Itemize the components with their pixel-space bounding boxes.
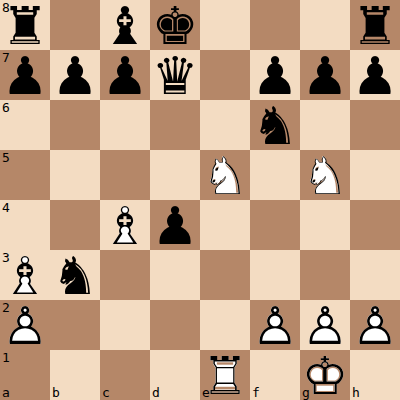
white-king-outline-glyph: ♔ xyxy=(300,351,350,400)
white-king-glyph: ♚ xyxy=(300,351,350,400)
chess-board: 8♜♝♚♜7♟♟♟♛♟♟♟6♞5♞♘♞♘4♝♗♟3♝♗♞2♟♙♟♙♟♙♟♙1ab… xyxy=(0,0,400,400)
white-knight-outline-glyph: ♘ xyxy=(200,151,250,201)
square-e2[interactable] xyxy=(200,300,250,350)
white-rook-outline-glyph: ♖ xyxy=(200,351,250,400)
white-bishop-glyph: ♝ xyxy=(0,251,50,301)
square-f3[interactable] xyxy=(250,250,300,300)
square-a5[interactable]: 5 xyxy=(0,150,50,200)
square-f8[interactable] xyxy=(250,0,300,50)
square-a4[interactable]: 4 xyxy=(0,200,50,250)
square-b4[interactable] xyxy=(50,200,100,250)
square-h5[interactable] xyxy=(350,150,400,200)
piece-black-pawn[interactable]: ♟ xyxy=(50,50,100,100)
white-pawn-glyph: ♟ xyxy=(300,301,350,351)
white-pawn-outline-glyph: ♙ xyxy=(300,301,350,351)
square-e8[interactable] xyxy=(200,0,250,50)
square-g3[interactable] xyxy=(300,250,350,300)
white-bishop-glyph: ♝ xyxy=(100,201,150,251)
square-a7[interactable]: 7♟ xyxy=(0,50,50,100)
piece-black-pawn[interactable]: ♟ xyxy=(300,50,350,100)
square-g1[interactable]: g♚♔ xyxy=(300,350,350,400)
black-rook-glyph: ♜ xyxy=(0,1,50,51)
square-b8[interactable] xyxy=(50,0,100,50)
square-d5[interactable] xyxy=(150,150,200,200)
piece-black-pawn[interactable]: ♟ xyxy=(350,50,400,100)
black-pawn-glyph: ♟ xyxy=(150,201,200,251)
piece-white-king[interactable]: ♚♔ xyxy=(300,350,350,400)
square-h8[interactable]: ♜ xyxy=(350,0,400,50)
piece-white-rook[interactable]: ♜♖ xyxy=(200,350,250,400)
square-d6[interactable] xyxy=(150,100,200,150)
piece-black-rook[interactable]: ♜ xyxy=(0,0,50,50)
square-a6[interactable]: 6 xyxy=(0,100,50,150)
black-pawn-glyph: ♟ xyxy=(300,51,350,101)
square-e6[interactable] xyxy=(200,100,250,150)
black-pawn-glyph: ♟ xyxy=(250,51,300,101)
square-f5[interactable] xyxy=(250,150,300,200)
square-h4[interactable] xyxy=(350,200,400,250)
square-f2[interactable]: ♟♙ xyxy=(250,300,300,350)
white-bishop-outline-glyph: ♗ xyxy=(0,251,50,301)
square-f1[interactable]: f xyxy=(250,350,300,400)
file-label: h xyxy=(352,386,360,399)
rank-label: 1 xyxy=(2,351,10,364)
piece-black-rook[interactable]: ♜ xyxy=(350,0,400,50)
piece-black-pawn[interactable]: ♟ xyxy=(250,50,300,100)
black-pawn-glyph: ♟ xyxy=(100,51,150,101)
white-bishop-outline-glyph: ♗ xyxy=(100,201,150,251)
square-g2[interactable]: ♟♙ xyxy=(300,300,350,350)
black-bishop-glyph: ♝ xyxy=(100,1,150,51)
square-g8[interactable] xyxy=(300,0,350,50)
piece-black-queen[interactable]: ♛ xyxy=(150,50,200,100)
piece-black-pawn[interactable]: ♟ xyxy=(100,50,150,100)
white-pawn-glyph: ♟ xyxy=(350,301,400,351)
square-h6[interactable] xyxy=(350,100,400,150)
square-c8[interactable]: ♝ xyxy=(100,0,150,50)
square-d7[interactable]: ♛ xyxy=(150,50,200,100)
white-knight-glyph: ♞ xyxy=(200,151,250,201)
piece-white-pawn[interactable]: ♟♙ xyxy=(250,300,300,350)
black-pawn-glyph: ♟ xyxy=(50,51,100,101)
black-pawn-glyph: ♟ xyxy=(350,51,400,101)
piece-white-pawn[interactable]: ♟♙ xyxy=(350,300,400,350)
rank-label: 5 xyxy=(2,151,10,164)
white-pawn-outline-glyph: ♙ xyxy=(0,301,50,351)
piece-black-pawn[interactable]: ♟ xyxy=(150,200,200,250)
square-b3[interactable]: ♞ xyxy=(50,250,100,300)
file-label: a xyxy=(2,386,10,399)
file-label: f xyxy=(252,386,260,399)
square-g5[interactable]: ♞♘ xyxy=(300,150,350,200)
square-h2[interactable]: ♟♙ xyxy=(350,300,400,350)
piece-black-bishop[interactable]: ♝ xyxy=(100,0,150,50)
square-b2[interactable] xyxy=(50,300,100,350)
square-g7[interactable]: ♟ xyxy=(300,50,350,100)
file-label: b xyxy=(52,386,60,399)
white-pawn-outline-glyph: ♙ xyxy=(350,301,400,351)
square-f4[interactable] xyxy=(250,200,300,250)
square-c3[interactable] xyxy=(100,250,150,300)
piece-white-knight[interactable]: ♞♘ xyxy=(300,150,350,200)
square-b7[interactable]: ♟ xyxy=(50,50,100,100)
square-c2[interactable] xyxy=(100,300,150,350)
square-d8[interactable]: ♚ xyxy=(150,0,200,50)
square-b6[interactable] xyxy=(50,100,100,150)
square-h3[interactable] xyxy=(350,250,400,300)
white-pawn-glyph: ♟ xyxy=(0,301,50,351)
square-g6[interactable] xyxy=(300,100,350,150)
square-d1[interactable]: d xyxy=(150,350,200,400)
white-knight-outline-glyph: ♘ xyxy=(300,151,350,201)
black-king-glyph: ♚ xyxy=(150,1,200,51)
square-e3[interactable] xyxy=(200,250,250,300)
black-pawn-glyph: ♟ xyxy=(0,51,50,101)
black-knight-glyph: ♞ xyxy=(50,251,100,301)
square-a8[interactable]: 8♜ xyxy=(0,0,50,50)
square-a2[interactable]: 2♟♙ xyxy=(0,300,50,350)
white-pawn-outline-glyph: ♙ xyxy=(250,301,300,351)
piece-white-pawn[interactable]: ♟♙ xyxy=(0,300,50,350)
piece-white-bishop[interactable]: ♝♗ xyxy=(100,200,150,250)
black-queen-glyph: ♛ xyxy=(150,51,200,101)
square-c7[interactable]: ♟ xyxy=(100,50,150,100)
file-label: d xyxy=(152,386,160,399)
square-c4[interactable]: ♝♗ xyxy=(100,200,150,250)
square-b5[interactable] xyxy=(50,150,100,200)
square-f7[interactable]: ♟ xyxy=(250,50,300,100)
square-e1[interactable]: e♜♖ xyxy=(200,350,250,400)
white-rook-glyph: ♜ xyxy=(200,351,250,400)
square-d4[interactable]: ♟ xyxy=(150,200,200,250)
black-knight-glyph: ♞ xyxy=(250,101,300,151)
square-c5[interactable] xyxy=(100,150,150,200)
piece-white-knight[interactable]: ♞♘ xyxy=(200,150,250,200)
rank-label: 6 xyxy=(2,101,10,114)
square-c6[interactable] xyxy=(100,100,150,150)
square-h1[interactable]: h xyxy=(350,350,400,400)
piece-black-knight[interactable]: ♞ xyxy=(250,100,300,150)
square-a1[interactable]: 1a xyxy=(0,350,50,400)
square-d2[interactable] xyxy=(150,300,200,350)
piece-white-pawn[interactable]: ♟♙ xyxy=(300,300,350,350)
square-b1[interactable]: b xyxy=(50,350,100,400)
square-g4[interactable] xyxy=(300,200,350,250)
square-h7[interactable]: ♟ xyxy=(350,50,400,100)
square-a3[interactable]: 3♝♗ xyxy=(0,250,50,300)
piece-black-king[interactable]: ♚ xyxy=(150,0,200,50)
square-f6[interactable]: ♞ xyxy=(250,100,300,150)
piece-black-knight[interactable]: ♞ xyxy=(50,250,100,300)
square-c1[interactable]: c xyxy=(100,350,150,400)
white-pawn-glyph: ♟ xyxy=(250,301,300,351)
black-rook-glyph: ♜ xyxy=(350,1,400,51)
piece-white-bishop[interactable]: ♝♗ xyxy=(0,250,50,300)
white-knight-glyph: ♞ xyxy=(300,151,350,201)
rank-label: 4 xyxy=(2,201,10,214)
square-d3[interactable] xyxy=(150,250,200,300)
square-e5[interactable]: ♞♘ xyxy=(200,150,250,200)
square-e4[interactable] xyxy=(200,200,250,250)
piece-black-pawn[interactable]: ♟ xyxy=(0,50,50,100)
file-label: c xyxy=(102,386,110,399)
square-e7[interactable] xyxy=(200,50,250,100)
